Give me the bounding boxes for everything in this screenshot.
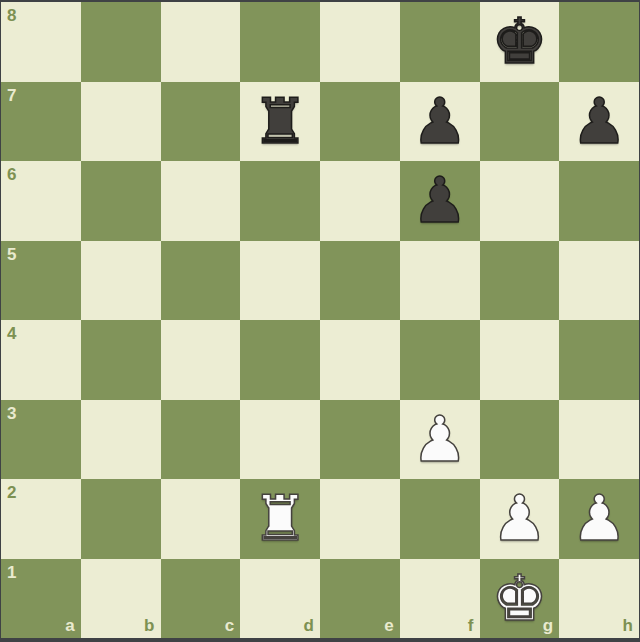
square-c7[interactable] <box>161 82 241 162</box>
square-e3[interactable] <box>320 400 400 480</box>
square-d6[interactable] <box>240 161 320 241</box>
square-f3[interactable]: ♟ <box>400 400 480 480</box>
rank-label-8: 8 <box>7 6 16 26</box>
file-label-f: f <box>468 616 474 636</box>
square-f5[interactable] <box>400 241 480 321</box>
rank-label-6: 6 <box>7 165 16 185</box>
square-g8[interactable]: ♚ <box>480 2 560 82</box>
square-f6[interactable]: ♟ <box>400 161 480 241</box>
square-h2[interactable]: ♟ <box>559 479 639 559</box>
square-d5[interactable] <box>240 241 320 321</box>
file-label-d: d <box>304 616 314 636</box>
square-b7[interactable] <box>81 82 161 162</box>
black-pawn-h7[interactable]: ♟ <box>559 82 639 162</box>
square-a1[interactable]: 1a <box>1 559 81 639</box>
square-h8[interactable] <box>559 2 639 82</box>
square-e1[interactable]: e <box>320 559 400 639</box>
black-pawn-f7[interactable]: ♟ <box>400 82 480 162</box>
square-d1[interactable]: d <box>240 559 320 639</box>
square-a7[interactable]: 7 <box>1 82 81 162</box>
square-c3[interactable] <box>161 400 241 480</box>
square-a8[interactable]: 8 <box>1 2 81 82</box>
square-g4[interactable] <box>480 320 560 400</box>
square-a5[interactable]: 5 <box>1 241 81 321</box>
square-h6[interactable] <box>559 161 639 241</box>
square-g7[interactable] <box>480 82 560 162</box>
square-b2[interactable] <box>81 479 161 559</box>
board-frame: 8♚7♜♟♟6♟543♟2♜♟♟1abcdefg♚h <box>0 0 640 642</box>
square-g2[interactable]: ♟ <box>480 479 560 559</box>
square-g3[interactable] <box>480 400 560 480</box>
white-pawn-f3[interactable]: ♟ <box>400 400 480 480</box>
file-label-b: b <box>144 616 154 636</box>
square-e4[interactable] <box>320 320 400 400</box>
square-g1[interactable]: g♚ <box>480 559 560 639</box>
square-e2[interactable] <box>320 479 400 559</box>
square-d4[interactable] <box>240 320 320 400</box>
square-d7[interactable]: ♜ <box>240 82 320 162</box>
square-e8[interactable] <box>320 2 400 82</box>
rank-label-3: 3 <box>7 404 16 424</box>
square-e7[interactable] <box>320 82 400 162</box>
square-a6[interactable]: 6 <box>1 161 81 241</box>
square-f1[interactable]: f <box>400 559 480 639</box>
rank-label-5: 5 <box>7 245 16 265</box>
black-king-g8[interactable]: ♚ <box>480 2 560 82</box>
square-b4[interactable] <box>81 320 161 400</box>
square-a2[interactable]: 2 <box>1 479 81 559</box>
square-h5[interactable] <box>559 241 639 321</box>
white-king-g1[interactable]: ♚ <box>480 559 560 639</box>
square-h7[interactable]: ♟ <box>559 82 639 162</box>
rank-label-1: 1 <box>7 563 16 583</box>
square-a4[interactable]: 4 <box>1 320 81 400</box>
square-g5[interactable] <box>480 241 560 321</box>
square-f8[interactable] <box>400 2 480 82</box>
square-b3[interactable] <box>81 400 161 480</box>
square-d3[interactable] <box>240 400 320 480</box>
square-f4[interactable] <box>400 320 480 400</box>
square-f7[interactable]: ♟ <box>400 82 480 162</box>
black-pawn-f6[interactable]: ♟ <box>400 161 480 241</box>
square-b8[interactable] <box>81 2 161 82</box>
square-h1[interactable]: h <box>559 559 639 639</box>
file-label-e: e <box>384 616 393 636</box>
square-b5[interactable] <box>81 241 161 321</box>
file-label-h: h <box>623 616 633 636</box>
square-c6[interactable] <box>161 161 241 241</box>
rank-label-2: 2 <box>7 483 16 503</box>
white-pawn-g2[interactable]: ♟ <box>480 479 560 559</box>
rank-label-4: 4 <box>7 324 16 344</box>
square-d2[interactable]: ♜ <box>240 479 320 559</box>
square-c4[interactable] <box>161 320 241 400</box>
white-pawn-h2[interactable]: ♟ <box>559 479 639 559</box>
square-h4[interactable] <box>559 320 639 400</box>
black-rook-d7[interactable]: ♜ <box>240 82 320 162</box>
file-label-a: a <box>65 616 74 636</box>
square-d8[interactable] <box>240 2 320 82</box>
square-c2[interactable] <box>161 479 241 559</box>
square-e5[interactable] <box>320 241 400 321</box>
chess-board: 8♚7♜♟♟6♟543♟2♜♟♟1abcdefg♚h <box>1 2 639 638</box>
rank-label-7: 7 <box>7 86 16 106</box>
square-g6[interactable] <box>480 161 560 241</box>
square-a3[interactable]: 3 <box>1 400 81 480</box>
square-e6[interactable] <box>320 161 400 241</box>
square-b1[interactable]: b <box>81 559 161 639</box>
file-label-c: c <box>225 616 234 636</box>
square-c8[interactable] <box>161 2 241 82</box>
square-c5[interactable] <box>161 241 241 321</box>
square-h3[interactable] <box>559 400 639 480</box>
square-c1[interactable]: c <box>161 559 241 639</box>
square-f2[interactable] <box>400 479 480 559</box>
white-rook-d2[interactable]: ♜ <box>240 479 320 559</box>
square-b6[interactable] <box>81 161 161 241</box>
